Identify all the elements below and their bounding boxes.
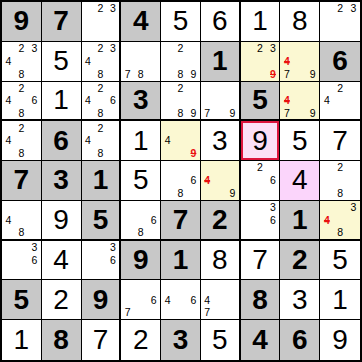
candidate-mark: 8 — [174, 187, 187, 200]
candidate-mark: 7 — [121, 68, 134, 81]
empty-candidate-slot — [82, 241, 95, 254]
empty-candidate-slot — [306, 82, 319, 95]
given-digit: 3 — [42, 161, 81, 200]
empty-candidate-slot — [94, 94, 107, 107]
empty-candidate-slot — [82, 68, 95, 81]
candidate-grid: 239 — [241, 42, 280, 81]
empty-candidate-slot — [147, 55, 160, 68]
cell-r8c4[interactable]: 67 — [121, 280, 161, 320]
cell-r7c2[interactable]: 4 — [42, 241, 82, 281]
solved-digit: 8 — [201, 241, 239, 280]
cell-r8c6[interactable]: 47 — [201, 280, 241, 320]
empty-candidate-slot — [241, 213, 254, 226]
cell-r5c9[interactable]: 28 — [320, 161, 360, 201]
empty-candidate-slot — [187, 161, 200, 174]
candidate-mark: 4 — [320, 94, 333, 107]
empty-candidate-slot — [241, 174, 254, 187]
cell-r5c4[interactable]: 5 — [121, 161, 161, 201]
empty-candidate-slot — [161, 94, 174, 107]
candidate-grid: 23 — [320, 2, 360, 41]
empty-candidate-slot — [320, 15, 333, 28]
candidate-grid: 2468 — [82, 82, 120, 120]
solved-digit: 9 — [241, 121, 280, 160]
empty-candidate-slot — [333, 28, 346, 41]
cell-r3c8[interactable]: 479 — [280, 82, 320, 122]
cell-r6c7[interactable]: 36 — [241, 201, 281, 241]
empty-candidate-slot — [226, 293, 239, 306]
cell-r9c8[interactable]: 6 — [280, 320, 320, 360]
candidate-grid: 289 — [161, 82, 200, 120]
cell-r1c9[interactable]: 23 — [320, 2, 360, 42]
cell-r2c7[interactable]: 239 — [241, 42, 281, 82]
candidate-mark: 2 — [15, 121, 28, 134]
cell-r5c5[interactable]: 68 — [161, 161, 201, 201]
cell-r4c6[interactable]: 3 — [201, 121, 241, 161]
cell-r7c7[interactable]: 7 — [241, 241, 281, 281]
empty-candidate-slot — [347, 94, 360, 107]
solved-digit: 4 — [42, 241, 81, 280]
cell-r3c1[interactable]: 2468 — [2, 82, 42, 122]
cell-r9c9[interactable]: 9 — [320, 320, 360, 360]
empty-candidate-slot — [293, 42, 306, 55]
empty-candidate-slot — [201, 94, 214, 107]
empty-candidate-slot — [161, 82, 174, 95]
candidate-grid: 68 — [161, 161, 200, 200]
candidate-mark: 9 — [187, 107, 200, 120]
candidate-mark: 2 — [94, 2, 107, 15]
solved-digit: 9 — [42, 201, 81, 239]
candidate-mark: 9 — [187, 68, 200, 81]
empty-candidate-slot — [28, 267, 41, 280]
cell-r6c8[interactable]: 1 — [280, 201, 320, 241]
empty-candidate-slot — [28, 68, 41, 81]
candidate-grid: 24 — [320, 82, 360, 120]
cell-r9c2[interactable]: 8 — [42, 320, 82, 360]
given-digit: 5 — [2, 280, 41, 319]
empty-candidate-slot — [15, 267, 28, 280]
cell-r4c8[interactable]: 5 — [280, 121, 320, 161]
cell-r6c1[interactable]: 48 — [2, 201, 42, 241]
empty-candidate-slot — [28, 147, 41, 160]
empty-candidate-slot — [306, 94, 319, 107]
empty-candidate-slot — [161, 306, 174, 319]
candidate-mark: 2 — [333, 2, 346, 15]
given-digit: 1 — [161, 241, 200, 280]
empty-candidate-slot — [174, 280, 187, 293]
candidate-mark: 9 — [226, 187, 239, 200]
candidate-mark: 8 — [333, 187, 346, 200]
empty-candidate-slot — [201, 161, 214, 174]
empty-candidate-slot — [94, 267, 107, 280]
candidate-mark: 7 — [280, 107, 293, 120]
empty-candidate-slot — [174, 55, 187, 68]
empty-candidate-slot — [107, 147, 120, 160]
empty-candidate-slot — [254, 201, 267, 214]
candidate-grid: 248 — [2, 121, 41, 160]
empty-candidate-slot — [28, 107, 41, 120]
empty-candidate-slot — [226, 174, 239, 187]
empty-candidate-slot — [161, 161, 174, 174]
solved-digit: 2 — [121, 320, 160, 360]
eliminated-candidate-mark: 4 — [280, 55, 293, 68]
given-digit: 2 — [280, 241, 319, 280]
empty-candidate-slot — [82, 107, 95, 120]
empty-candidate-slot — [213, 94, 226, 107]
candidate-mark: 6 — [147, 293, 160, 306]
solved-digit: 9 — [320, 320, 360, 360]
empty-candidate-slot — [15, 201, 28, 214]
empty-candidate-slot — [94, 254, 107, 267]
empty-candidate-slot — [107, 68, 120, 81]
empty-candidate-slot — [333, 15, 346, 28]
empty-candidate-slot — [82, 82, 95, 95]
candidate-mark: 6 — [107, 254, 120, 267]
empty-candidate-slot — [187, 42, 200, 55]
candidate-mark: 2 — [333, 161, 346, 174]
empty-candidate-slot — [213, 174, 226, 187]
empty-candidate-slot — [28, 134, 41, 147]
candidate-mark: 3 — [107, 241, 120, 254]
empty-candidate-slot — [147, 226, 160, 239]
empty-candidate-slot — [347, 28, 360, 41]
empty-candidate-slot — [82, 42, 95, 55]
given-digit: 1 — [280, 201, 319, 239]
cell-r9c7[interactable]: 4 — [241, 320, 281, 360]
cell-r1c3[interactable]: 23 — [82, 2, 122, 42]
empty-candidate-slot — [134, 42, 147, 55]
empty-candidate-slot — [320, 226, 333, 239]
candidate-mark: 2 — [94, 121, 107, 134]
cell-r4c1[interactable]: 248 — [2, 121, 42, 161]
cell-r7c8[interactable]: 2 — [280, 241, 320, 281]
empty-candidate-slot — [333, 174, 346, 187]
candidate-mark: 9 — [306, 68, 319, 81]
candidate-mark: 3 — [28, 241, 41, 254]
empty-candidate-slot — [107, 107, 120, 120]
candidate-mark: 7 — [201, 107, 214, 120]
candidate-mark: 8 — [15, 68, 28, 81]
solved-digit: 1 — [2, 320, 41, 360]
candidate-mark: 8 — [333, 226, 346, 239]
candidate-mark: 9 — [226, 107, 239, 120]
empty-candidate-slot — [241, 42, 254, 55]
cell-r9c6[interactable]: 5 — [201, 320, 241, 360]
eliminated-candidate-mark: 4 — [280, 94, 293, 107]
empty-candidate-slot — [82, 2, 95, 15]
cell-r8c3[interactable]: 9 — [82, 280, 122, 320]
empty-candidate-slot — [347, 187, 360, 200]
cell-r3c7[interactable]: 5 — [241, 82, 281, 122]
candidate-mark: 4 — [82, 55, 95, 68]
sudoku-board: 9723456182323485234878289123947962468124… — [0, 0, 362, 362]
cell-r6c3[interactable]: 5 — [82, 201, 122, 241]
candidate-grid: 46 — [161, 280, 200, 319]
solved-digit: 3 — [201, 121, 239, 160]
cell-r5c3[interactable]: 1 — [82, 161, 122, 201]
candidate-grid: 26 — [241, 161, 280, 200]
empty-candidate-slot — [174, 134, 187, 147]
empty-candidate-slot — [147, 42, 160, 55]
cell-r5c6[interactable]: 49 — [201, 161, 241, 201]
empty-candidate-slot — [306, 42, 319, 55]
empty-candidate-slot — [320, 2, 333, 15]
solved-digit: 5 — [320, 241, 360, 280]
empty-candidate-slot — [161, 147, 174, 160]
given-digit: 6 — [42, 121, 81, 160]
candidate-mark: 8 — [134, 68, 147, 81]
candidate-mark: 7 — [201, 306, 214, 319]
empty-candidate-slot — [174, 306, 187, 319]
empty-candidate-slot — [28, 121, 41, 134]
cell-r8c8[interactable]: 3 — [280, 280, 320, 320]
cell-r7c4[interactable]: 9 — [121, 241, 161, 281]
cell-r5c1[interactable]: 7 — [2, 161, 42, 201]
eliminated-candidate-mark: 4 — [320, 213, 333, 226]
empty-candidate-slot — [2, 226, 15, 239]
cell-r1c4[interactable]: 4 — [121, 2, 161, 42]
cell-r9c1[interactable]: 1 — [2, 320, 42, 360]
candidate-mark: 2 — [15, 42, 28, 55]
solved-digit: 5 — [161, 2, 200, 41]
empty-candidate-slot — [82, 28, 95, 41]
cell-r1c6[interactable]: 6 — [201, 2, 241, 42]
empty-candidate-slot — [121, 280, 134, 293]
cell-r3c9[interactable]: 24 — [320, 82, 360, 122]
empty-candidate-slot — [293, 68, 306, 81]
cell-r9c4[interactable]: 2 — [121, 320, 161, 360]
cell-r7c6[interactable]: 8 — [201, 241, 241, 281]
candidate-mark: 3 — [107, 42, 120, 55]
cell-r6c4[interactable]: 68 — [121, 201, 161, 241]
empty-candidate-slot — [82, 121, 95, 134]
empty-candidate-slot — [241, 68, 254, 81]
empty-candidate-slot — [280, 42, 293, 55]
cell-r4c2[interactable]: 6 — [42, 121, 82, 161]
given-digit: 4 — [241, 320, 280, 360]
cell-r6c6[interactable]: 2 — [201, 201, 241, 241]
cell-r8c9[interactable]: 1 — [320, 280, 360, 320]
candidate-grid: 2468 — [2, 82, 41, 120]
empty-candidate-slot — [320, 82, 333, 95]
empty-candidate-slot — [28, 226, 41, 239]
cell-r8c5[interactable]: 46 — [161, 280, 201, 320]
empty-candidate-slot — [107, 267, 120, 280]
cell-r1c5[interactable]: 5 — [161, 2, 201, 42]
candidate-mark: 4 — [2, 213, 15, 226]
empty-candidate-slot — [28, 213, 41, 226]
candidate-grid: 49 — [201, 161, 239, 200]
given-digit: 8 — [42, 320, 81, 360]
candidate-mark: 8 — [94, 107, 107, 120]
empty-candidate-slot — [121, 42, 134, 55]
candidate-mark: 2 — [174, 82, 187, 95]
cell-r4c7[interactable]: 9 — [241, 121, 281, 161]
solved-digit: 1 — [42, 82, 81, 120]
empty-candidate-slot — [347, 82, 360, 95]
given-digit: 3 — [121, 82, 160, 120]
given-digit: 7 — [42, 2, 81, 41]
candidate-mark: 8 — [94, 147, 107, 160]
empty-candidate-slot — [161, 280, 174, 293]
candidate-mark: 2 — [174, 42, 187, 55]
candidate-mark: 9 — [306, 107, 319, 120]
cell-r7c9[interactable]: 5 — [320, 241, 360, 281]
candidate-mark: 8 — [15, 226, 28, 239]
empty-candidate-slot — [121, 293, 134, 306]
empty-candidate-slot — [134, 293, 147, 306]
candidate-mark: 2 — [333, 82, 346, 95]
candidate-grid: 49 — [161, 121, 200, 160]
empty-candidate-slot — [2, 241, 15, 254]
cell-r6c9[interactable]: 348 — [320, 201, 360, 241]
eliminated-candidate-mark: 4 — [201, 174, 214, 187]
cell-r3c2[interactable]: 1 — [42, 82, 82, 122]
solved-digit: 5 — [121, 161, 160, 200]
candidate-mark: 8 — [15, 147, 28, 160]
cell-r2c2[interactable]: 5 — [42, 42, 82, 82]
candidate-mark: 2 — [15, 82, 28, 95]
cell-r4c9[interactable]: 7 — [320, 121, 360, 161]
cell-r1c2[interactable]: 7 — [42, 2, 82, 42]
empty-candidate-slot — [226, 82, 239, 95]
empty-candidate-slot — [121, 201, 134, 214]
solved-digit: 5 — [201, 320, 239, 360]
candidate-grid: 67 — [121, 280, 160, 319]
empty-candidate-slot — [94, 55, 107, 68]
cell-r2c6[interactable]: 1 — [201, 42, 241, 82]
cell-r6c5[interactable]: 7 — [161, 201, 201, 241]
cell-r2c3[interactable]: 2348 — [82, 42, 122, 82]
empty-candidate-slot — [201, 187, 214, 200]
cell-r6c2[interactable]: 9 — [42, 201, 82, 241]
cell-r8c7[interactable]: 8 — [241, 280, 281, 320]
empty-candidate-slot — [82, 254, 95, 267]
candidate-grid: 479 — [280, 42, 319, 81]
candidate-mark: 8 — [134, 226, 147, 239]
cell-r7c3[interactable]: 36 — [82, 241, 122, 281]
empty-candidate-slot — [320, 201, 333, 214]
cell-r7c1[interactable]: 36 — [2, 241, 42, 281]
cell-r3c6[interactable]: 79 — [201, 82, 241, 122]
cell-r4c4[interactable]: 1 — [121, 121, 161, 161]
candidate-mark: 4 — [161, 293, 174, 306]
solved-digit: 4 — [280, 161, 319, 200]
cell-r9c3[interactable]: 7 — [82, 320, 122, 360]
empty-candidate-slot — [320, 174, 333, 187]
cell-r4c3[interactable]: 248 — [82, 121, 122, 161]
empty-candidate-slot — [15, 254, 28, 267]
empty-candidate-slot — [254, 55, 267, 68]
empty-candidate-slot — [134, 201, 147, 214]
cell-r7c5[interactable]: 1 — [161, 241, 201, 281]
empty-candidate-slot — [241, 201, 254, 214]
solved-digit: 8 — [280, 2, 319, 41]
empty-candidate-slot — [187, 187, 200, 200]
candidate-mark: 4 — [2, 134, 15, 147]
cell-r9c5[interactable]: 3 — [161, 320, 201, 360]
empty-candidate-slot — [174, 161, 187, 174]
cell-r8c1[interactable]: 5 — [2, 280, 42, 320]
cell-r1c1[interactable]: 9 — [2, 2, 42, 42]
cell-r8c2[interactable]: 2 — [42, 280, 82, 320]
cell-r3c3[interactable]: 2468 — [82, 82, 122, 122]
cell-r5c8[interactable]: 4 — [280, 161, 320, 201]
candidate-mark: 7 — [121, 306, 134, 319]
cell-r2c8[interactable]: 479 — [280, 42, 320, 82]
candidate-grid: 2348 — [2, 42, 41, 81]
empty-candidate-slot — [161, 68, 174, 81]
empty-candidate-slot — [15, 213, 28, 226]
empty-candidate-slot — [94, 134, 107, 147]
empty-candidate-slot — [134, 55, 147, 68]
empty-candidate-slot — [147, 306, 160, 319]
cell-r1c8[interactable]: 8 — [280, 2, 320, 42]
solved-digit: 7 — [241, 241, 280, 280]
empty-candidate-slot — [333, 213, 346, 226]
solved-digit: 3 — [280, 280, 319, 319]
empty-candidate-slot — [267, 187, 280, 200]
cell-r3c4[interactable]: 3 — [121, 82, 161, 122]
empty-candidate-slot — [320, 187, 333, 200]
cell-r1c7[interactable]: 1 — [241, 2, 281, 42]
empty-candidate-slot — [15, 241, 28, 254]
given-digit: 5 — [241, 82, 280, 120]
candidate-mark: 4 — [2, 94, 15, 107]
empty-candidate-slot — [2, 107, 15, 120]
cell-r2c4[interactable]: 78 — [121, 42, 161, 82]
empty-candidate-slot — [267, 226, 280, 239]
empty-candidate-slot — [134, 280, 147, 293]
candidate-mark: 4 — [161, 134, 174, 147]
empty-candidate-slot — [347, 15, 360, 28]
candidate-mark: 8 — [94, 68, 107, 81]
cell-r2c9[interactable]: 6 — [320, 42, 360, 82]
empty-candidate-slot — [267, 161, 280, 174]
empty-candidate-slot — [161, 55, 174, 68]
solved-digit: 5 — [280, 121, 319, 160]
empty-candidate-slot — [107, 55, 120, 68]
empty-candidate-slot — [2, 42, 15, 55]
empty-candidate-slot — [2, 201, 15, 214]
candidate-grid: 36 — [241, 201, 280, 239]
candidate-mark: 6 — [267, 213, 280, 226]
empty-candidate-slot — [107, 15, 120, 28]
empty-candidate-slot — [347, 161, 360, 174]
empty-candidate-slot — [161, 121, 174, 134]
empty-candidate-slot — [226, 94, 239, 107]
empty-candidate-slot — [174, 121, 187, 134]
empty-candidate-slot — [241, 161, 254, 174]
cell-r2c1[interactable]: 2348 — [2, 42, 42, 82]
given-digit: 3 — [161, 320, 200, 360]
empty-candidate-slot — [347, 213, 360, 226]
empty-candidate-slot — [201, 82, 214, 95]
solved-digit: 2 — [42, 280, 81, 319]
candidate-mark: 6 — [187, 293, 200, 306]
solved-digit: 1 — [320, 280, 360, 319]
empty-candidate-slot — [347, 107, 360, 120]
cell-r5c2[interactable]: 3 — [42, 161, 82, 201]
empty-candidate-slot — [187, 94, 200, 107]
cell-r4c5[interactable]: 49 — [161, 121, 201, 161]
cell-r3c5[interactable]: 289 — [161, 82, 201, 122]
cell-r2c5[interactable]: 289 — [161, 42, 201, 82]
candidate-mark: 3 — [28, 42, 41, 55]
cell-r5c7[interactable]: 26 — [241, 161, 281, 201]
empty-candidate-slot — [161, 107, 174, 120]
empty-candidate-slot — [2, 68, 15, 81]
candidate-grid: 28 — [320, 161, 360, 200]
